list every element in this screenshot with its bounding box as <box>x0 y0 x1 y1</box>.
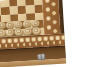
clasp-icon <box>38 53 45 59</box>
carved-wooden-piece <box>14 27 23 36</box>
product-photo <box>0 0 100 67</box>
carved-wooden-piece <box>31 19 39 27</box>
box-lid-top-face <box>0 0 64 37</box>
carved-wooden-piece <box>14 20 22 28</box>
chessboard-face <box>0 0 44 37</box>
carved-border-right <box>42 0 60 34</box>
carved-wooden-piece <box>31 26 40 35</box>
folded-chess-backgammon-box <box>0 0 66 66</box>
carved-wooden-piece <box>6 21 14 29</box>
carved-wooden-piece <box>0 21 5 29</box>
carved-wooden-piece <box>22 20 30 28</box>
pieces-layer <box>0 0 44 37</box>
carved-wooden-piece <box>23 27 32 36</box>
